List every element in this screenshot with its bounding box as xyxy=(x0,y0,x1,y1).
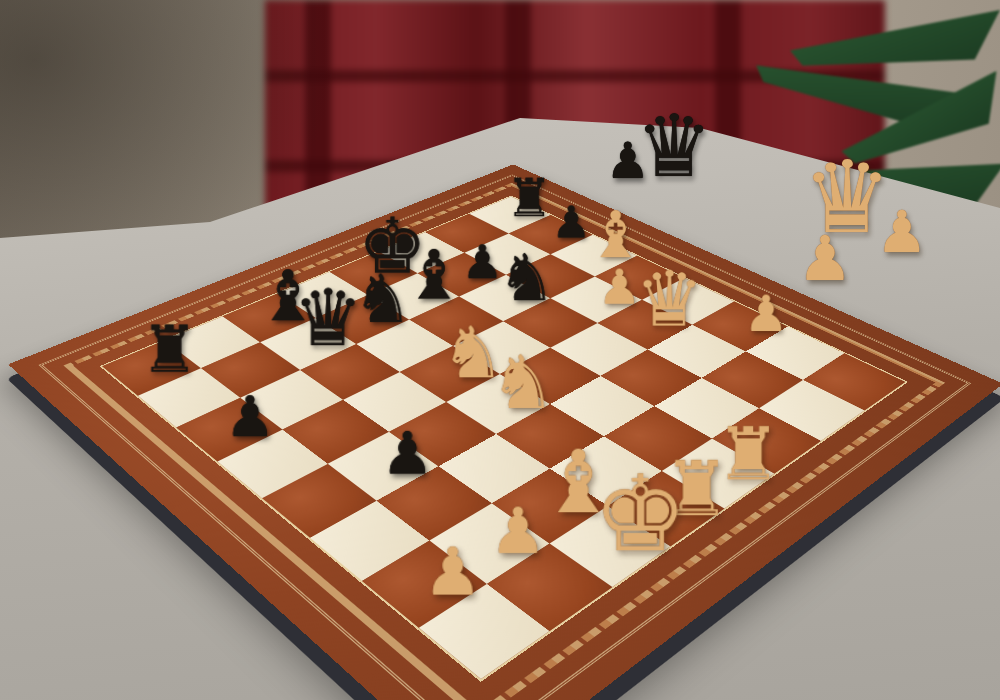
piece-white-p-g5[interactable]: ♟ xyxy=(597,265,640,311)
piece-black-r-a8[interactable]: ♜ xyxy=(140,320,198,381)
piece-white-q-g4[interactable]: ♛ xyxy=(635,264,704,337)
square-a8[interactable]: ♜ xyxy=(102,340,201,395)
piece-black-r-h8[interactable]: ♜ xyxy=(505,174,552,224)
piece-black-p-h7[interactable]: ♟ xyxy=(551,202,590,244)
offboard-white-pawn[interactable]: ♟ xyxy=(797,230,853,289)
piece-black-p-a6[interactable]: ♟ xyxy=(224,391,274,444)
piece-black-p-b4[interactable]: ♟ xyxy=(380,426,433,482)
offboard-white-pawn[interactable]: ♟ xyxy=(876,205,928,260)
piece-white-k-c1[interactable]: ♚ xyxy=(593,465,687,565)
square-d5[interactable]: ♞ xyxy=(400,346,500,402)
square-f4[interactable] xyxy=(550,323,648,376)
piece-white-p-h3[interactable]: ♟ xyxy=(743,291,788,338)
piece-white-p-b2[interactable]: ♟ xyxy=(489,502,546,562)
piece-white-p-a2[interactable]: ♟ xyxy=(422,541,481,604)
piece-black-q-c7[interactable]: ♛ xyxy=(293,282,363,356)
piece-black-p-f7[interactable]: ♟ xyxy=(461,241,503,285)
chess-photo-scene: ♜♝♚♜♛♞♝♟♟♟♞♝♞♟♟♞♛♟♟♟♝♚♜♜ ♟♛♛♟♟ xyxy=(0,0,1000,700)
square-a6[interactable]: ♟ xyxy=(176,398,282,462)
piece-black-n-f6[interactable]: ♞ xyxy=(497,248,555,309)
piece-white-n-d4[interactable]: ♞ xyxy=(489,348,555,418)
offboard-black-queen[interactable]: ♛ xyxy=(635,106,712,188)
